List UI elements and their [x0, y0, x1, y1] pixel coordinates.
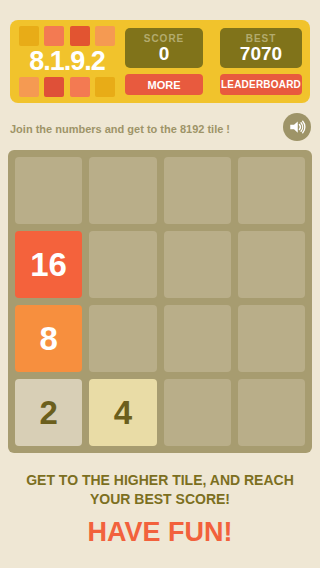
empty-cell — [164, 379, 231, 446]
empty-cell — [238, 231, 305, 298]
tile-16: 16 — [15, 231, 82, 298]
tile-number: 8 — [39, 322, 57, 355]
tile-number: 4 — [114, 396, 132, 429]
empty-cell — [89, 231, 156, 298]
empty-cell — [89, 157, 156, 224]
subtitle-text: Join the numbers and get to the 8192 til… — [10, 123, 270, 135]
logo-squares-top — [19, 26, 115, 46]
more-button[interactable]: MORE — [125, 74, 203, 95]
empty-cell — [164, 157, 231, 224]
game-board[interactable]: 16824 — [8, 150, 312, 453]
logo-squares-bottom — [19, 77, 115, 97]
empty-cell — [238, 157, 305, 224]
best-value: 7070 — [220, 44, 302, 63]
empty-cell — [89, 305, 156, 372]
tile-2: 2 — [15, 379, 82, 446]
logo-title: 8.1.9.2 — [19, 48, 115, 75]
logo-square — [19, 26, 39, 46]
app-screen: 8.1.9.2 SCORE 0 BEST 7070 MORE LEADERBOA… — [0, 0, 320, 568]
footer-message: GET TO THE HIGHER TILE, AND REACH YOUR B… — [0, 471, 320, 509]
logo-square — [70, 26, 90, 46]
logo-square — [95, 77, 115, 97]
empty-cell — [164, 305, 231, 372]
footer-line-1: GET TO THE HIGHER TILE, AND REACH — [0, 471, 320, 490]
best-box: BEST 7070 — [220, 28, 302, 68]
logo-square — [44, 26, 64, 46]
sound-button[interactable] — [283, 113, 311, 141]
leaderboard-button[interactable]: LEADERBOARD — [220, 74, 302, 95]
have-fun-text: HAVE FUN! — [0, 517, 320, 548]
empty-cell — [238, 379, 305, 446]
tile-number: 16 — [30, 248, 67, 281]
speaker-waves-icon — [288, 118, 306, 136]
score-box: SCORE 0 — [125, 28, 203, 68]
tile-4: 4 — [89, 379, 156, 446]
score-value: 0 — [125, 44, 203, 63]
game-logo: 8.1.9.2 — [19, 26, 115, 97]
logo-square — [70, 77, 90, 97]
empty-cell — [164, 231, 231, 298]
header-panel: 8.1.9.2 SCORE 0 BEST 7070 MORE LEADERBOA… — [10, 20, 310, 103]
logo-square — [95, 26, 115, 46]
footer-line-2: YOUR BEST SCORE! — [0, 490, 320, 509]
empty-cell — [15, 157, 82, 224]
empty-cell — [238, 305, 305, 372]
logo-square — [44, 77, 64, 97]
tile-number: 2 — [39, 396, 57, 429]
tile-8: 8 — [15, 305, 82, 372]
logo-square — [19, 77, 39, 97]
